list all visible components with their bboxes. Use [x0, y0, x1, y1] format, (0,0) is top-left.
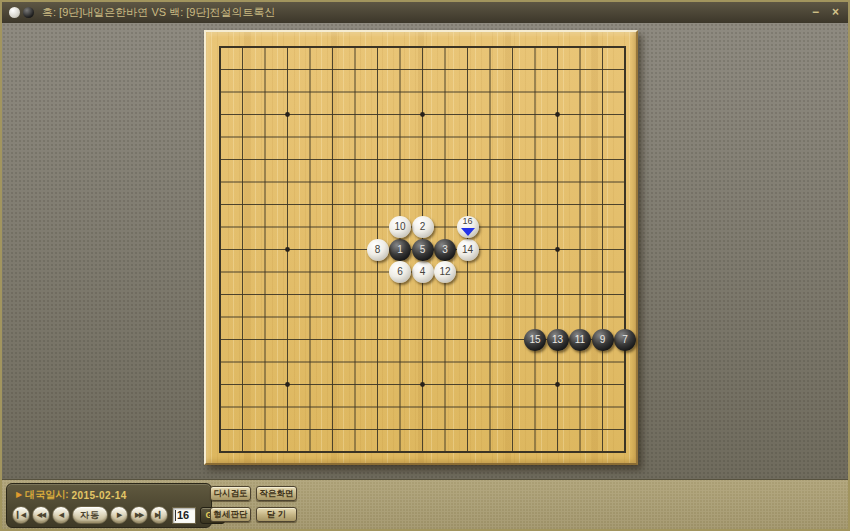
triangle-bullet-icon: ▶: [16, 491, 22, 499]
nav-fast-forward-button[interactable]: ▶▶: [130, 506, 148, 524]
close-button[interactable]: 닫 기: [256, 507, 297, 522]
close-window-button[interactable]: ×: [832, 5, 839, 19]
stone-white-10: 10: [389, 216, 411, 238]
title-bar: 흑: [9단]내일은한바연 VS 백: [9단]전설의트록신 − ×: [2, 2, 848, 24]
stone-white-6: 6: [389, 261, 411, 283]
game-date: ▶ 대국일시: 2015-02-14: [16, 488, 211, 502]
move-number-label: 5: [420, 245, 426, 255]
move-number-label: 16: [457, 217, 479, 226]
app-window: 흑: [9단]내일은한바연 VS 백: [9단]전설의트록신 − × 12345…: [0, 0, 850, 531]
bottom-bar: ▶ 대국일시: 2015-02-14 ▎◀◀◀◀자동▶▶▶▶▎ 16 GO 다시…: [2, 479, 848, 530]
stone-black-15: 15: [524, 329, 546, 351]
nav-first-button[interactable]: ▎◀: [12, 506, 30, 524]
text-caret: [175, 510, 176, 521]
move-number-label: 11: [575, 335, 585, 345]
stone-black-11: 11: [569, 329, 591, 351]
move-number-label: 14: [462, 245, 473, 255]
nav-auto-button[interactable]: 자동: [72, 506, 108, 524]
main-area: 12345678910111213141516: [2, 23, 848, 479]
stone-white-12: 12: [434, 261, 456, 283]
nav-back-button[interactable]: ◀: [52, 506, 70, 524]
move-number-label: 2: [420, 222, 426, 232]
stone-white-8: 8: [367, 239, 389, 261]
move-number-label: 8: [375, 245, 381, 255]
stone-white-4: 4: [412, 261, 434, 283]
date-value: 2015-02-14: [72, 490, 127, 501]
move-number-label: 10: [394, 222, 405, 232]
move-number-label: 13: [552, 335, 563, 345]
stone-white-14: 14: [457, 239, 479, 261]
nav-forward-button[interactable]: ▶: [110, 506, 128, 524]
nav-controls: ▎◀◀◀◀자동▶▶▶▶▎ 16 GO: [12, 506, 225, 524]
stone-black-13: 13: [547, 329, 569, 351]
move-number-input[interactable]: 16: [172, 507, 196, 524]
move-number-label: 6: [397, 267, 403, 277]
small-screen-button[interactable]: 작은화면: [256, 486, 297, 501]
window-title: 흑: [9단]내일은한바연 VS 백: [9단]전설의트록신: [42, 5, 275, 20]
nav-buttons: ▎◀◀◀◀자동▶▶▶▶▎: [12, 506, 168, 524]
stone-black-5: 5: [412, 239, 434, 261]
stone-white-16: 16: [457, 216, 479, 238]
stone-black-3: 3: [434, 239, 456, 261]
action-buttons: 다시검토작은화면형세판단닫 기: [210, 486, 297, 522]
nav-fast-back-button[interactable]: ◀◀: [32, 506, 50, 524]
stone-black-9: 9: [592, 329, 614, 351]
move-number-label: 7: [622, 335, 628, 345]
review-again-button[interactable]: 다시검토: [210, 486, 251, 501]
white-stone-icon: [9, 7, 20, 18]
stone-black-1: 1: [389, 239, 411, 261]
stone-black-7: 7: [614, 329, 636, 351]
date-label: 대국일시:: [25, 488, 68, 502]
move-number-label: 4: [420, 267, 426, 277]
last-move-marker-icon: [461, 228, 475, 236]
move-input-value: 16: [177, 509, 189, 521]
move-number-label: 12: [439, 267, 450, 277]
playback-panel: ▶ 대국일시: 2015-02-14 ▎◀◀◀◀자동▶▶▶▶▎ 16 GO: [6, 483, 212, 528]
territory-estimate-button[interactable]: 형세판단: [210, 507, 251, 522]
move-number-label: 15: [529, 335, 540, 345]
go-board[interactable]: 12345678910111213141516: [204, 30, 638, 465]
nav-last-button[interactable]: ▶▎: [150, 506, 168, 524]
stone-white-2: 2: [412, 216, 434, 238]
move-number-label: 3: [442, 245, 448, 255]
black-stone-icon: [23, 7, 34, 18]
minimize-button[interactable]: −: [812, 5, 819, 19]
move-number-label: 9: [600, 335, 606, 345]
move-number-label: 1: [397, 245, 403, 255]
